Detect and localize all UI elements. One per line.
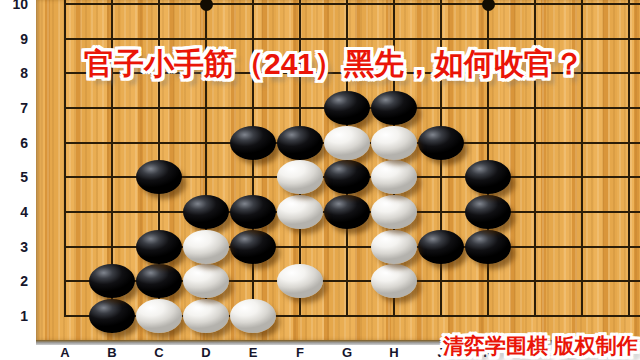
white-stone-H6[interactable]: ○: [371, 126, 417, 160]
row-label-2: 2: [0, 272, 28, 290]
black-stone-J3[interactable]: ●: [418, 230, 464, 264]
col-label-A: A: [54, 346, 76, 360]
row-label-6: 6: [0, 134, 28, 152]
row-label-5: 5: [0, 168, 28, 186]
white-stone-H3[interactable]: ○: [371, 230, 417, 264]
white-stone-D2[interactable]: ○: [183, 264, 229, 298]
white-stone-F2[interactable]: ○: [277, 264, 323, 298]
black-stone-B2[interactable]: ●: [89, 264, 135, 298]
black-stone-K3[interactable]: ●: [465, 230, 511, 264]
white-stone-C1[interactable]: ○: [136, 299, 182, 333]
black-stone-K5[interactable]: ●: [465, 160, 511, 194]
black-stone-C3[interactable]: ●: [136, 230, 182, 264]
white-stone-H5[interactable]: ○: [371, 160, 417, 194]
col-label-D: D: [195, 346, 217, 360]
grid-line-row-9: [64, 38, 640, 40]
black-stone-C2[interactable]: ●: [136, 264, 182, 298]
row-label-8: 8: [0, 64, 28, 82]
black-stone-F6[interactable]: ●: [277, 126, 323, 160]
black-stone-H7[interactable]: ●: [371, 91, 417, 125]
row-label-3: 3: [0, 238, 28, 256]
black-stone-E6[interactable]: ●: [230, 126, 276, 160]
grid-line-col-N: [628, 0, 630, 317]
black-stone-G4[interactable]: ●: [324, 195, 370, 229]
white-stone-F4[interactable]: ○: [277, 195, 323, 229]
col-label-E: E: [242, 346, 264, 360]
go-video-frame: ●●●●●●●●●●●●●●●●●●●○○○○○○○○○○○○○○ 109876…: [0, 0, 640, 360]
black-stone-E4[interactable]: ●: [230, 195, 276, 229]
black-stone-C5[interactable]: ●: [136, 160, 182, 194]
white-stone-H4[interactable]: ○: [371, 195, 417, 229]
black-stone-D4[interactable]: ●: [183, 195, 229, 229]
col-label-G: G: [336, 346, 358, 360]
col-label-B: B: [101, 346, 123, 360]
white-stone-F5[interactable]: ○: [277, 160, 323, 194]
white-stone-D3[interactable]: ○: [183, 230, 229, 264]
row-label-4: 4: [0, 203, 28, 221]
watermark: 清弈学围棋 版权制作: [443, 332, 638, 360]
row-label-10: 10: [0, 0, 28, 13]
black-stone-B1[interactable]: ●: [89, 299, 135, 333]
star-point-K10: [482, 0, 495, 11]
white-stone-E1[interactable]: ○: [230, 299, 276, 333]
black-stone-J6[interactable]: ●: [418, 126, 464, 160]
white-stone-G6[interactable]: ○: [324, 126, 370, 160]
row-label-9: 9: [0, 30, 28, 48]
col-label-C: C: [148, 346, 170, 360]
row-label-7: 7: [0, 99, 28, 117]
title-overlay: 官子小手筋（241）黑先，如何收官？: [84, 44, 584, 85]
grid-line-col-A: [64, 0, 66, 317]
white-stone-H2[interactable]: ○: [371, 264, 417, 298]
black-stone-K4[interactable]: ●: [465, 195, 511, 229]
black-stone-E3[interactable]: ●: [230, 230, 276, 264]
white-stone-D1[interactable]: ○: [183, 299, 229, 333]
col-label-F: F: [289, 346, 311, 360]
black-stone-G5[interactable]: ●: [324, 160, 370, 194]
grid-line-row-10: [64, 3, 640, 5]
col-label-H: H: [383, 346, 405, 360]
black-stone-G7[interactable]: ●: [324, 91, 370, 125]
star-point-D10: [200, 0, 213, 11]
row-label-1: 1: [0, 307, 28, 325]
